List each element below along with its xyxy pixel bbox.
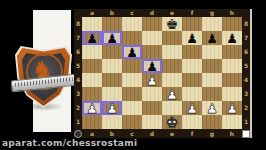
square-a6[interactable] — [82, 45, 102, 59]
square-g7[interactable]: ♟ — [202, 31, 222, 45]
ribbon-text-marks — [15, 77, 73, 87]
square-h1[interactable] — [222, 115, 242, 129]
square-g4[interactable] — [202, 73, 222, 87]
square-c8[interactable] — [122, 17, 142, 31]
file-label-bottom-e: e — [162, 129, 182, 138]
watermark-text: aparat.com/chessrostami — [2, 138, 137, 148]
square-g8[interactable] — [202, 17, 222, 31]
square-f4[interactable] — [182, 73, 202, 87]
file-label-top-b: b — [102, 9, 122, 17]
file-label-bottom-f: f — [182, 129, 202, 138]
square-b1[interactable] — [102, 115, 122, 129]
chess-board[interactable]: abcdefgh8♚87♟♟♟♟♟76♟65♟54♟43♟32♟♟♟♟♟21♚1… — [74, 9, 250, 138]
rank-label-left-7: 7 — [74, 31, 82, 45]
square-f1[interactable] — [182, 115, 202, 129]
file-label-bottom-d: d — [142, 129, 162, 138]
piece-black-pawn[interactable]: ♟ — [102, 31, 122, 45]
piece-white-pawn[interactable]: ♟ — [222, 101, 242, 115]
square-d1[interactable] — [142, 115, 162, 129]
piece-white-pawn[interactable]: ♟ — [82, 101, 102, 115]
clock-icon — [74, 130, 82, 138]
square-e7[interactable] — [162, 31, 182, 45]
square-e2[interactable] — [162, 101, 182, 115]
channel-logo: ♞ — [15, 46, 72, 108]
square-f8[interactable] — [182, 17, 202, 31]
square-g6[interactable] — [202, 45, 222, 59]
square-f2[interactable]: ♟ — [182, 101, 202, 115]
square-e6[interactable] — [162, 45, 182, 59]
file-label-bottom-a: a — [82, 129, 102, 138]
square-d6[interactable] — [142, 45, 162, 59]
piece-white-pawn[interactable]: ♟ — [182, 101, 202, 115]
frame-corner-bottom-left — [74, 129, 82, 138]
square-b5[interactable] — [102, 59, 122, 73]
square-e5[interactable] — [162, 59, 182, 73]
square-h4[interactable] — [222, 73, 242, 87]
square-c4[interactable] — [122, 73, 142, 87]
square-g1[interactable] — [202, 115, 222, 129]
frame-corner-bottom-right — [242, 129, 250, 138]
square-d4[interactable]: ♟ — [142, 73, 162, 87]
square-c6[interactable]: ♟ — [122, 45, 142, 59]
square-f6[interactable] — [182, 45, 202, 59]
video-frame: ♞ abcdefgh8♚87♟♟♟♟♟76♟65♟54♟43♟32♟♟♟♟♟21… — [0, 0, 266, 150]
square-g5[interactable] — [202, 59, 222, 73]
file-label-bottom-b: b — [102, 129, 122, 138]
rank-label-right-2: 2 — [242, 101, 250, 115]
square-f7[interactable]: ♟ — [182, 31, 202, 45]
rank-label-right-3: 3 — [242, 87, 250, 101]
square-a5[interactable] — [82, 59, 102, 73]
rank-label-left-4: 4 — [74, 73, 82, 87]
piece-black-pawn[interactable]: ♟ — [202, 31, 222, 45]
square-h8[interactable] — [222, 17, 242, 31]
square-b8[interactable] — [102, 17, 122, 31]
square-d2[interactable] — [142, 101, 162, 115]
file-label-top-a: a — [82, 9, 102, 17]
rank-label-right-4: 4 — [242, 73, 250, 87]
square-e1[interactable]: ♚ — [162, 115, 182, 129]
square-c3[interactable] — [122, 87, 142, 101]
square-c7[interactable] — [122, 31, 142, 45]
square-d5[interactable]: ♟ — [142, 59, 162, 73]
rank-label-left-6: 6 — [74, 45, 82, 59]
file-label-top-g: g — [202, 9, 222, 17]
piece-black-pawn[interactable]: ♟ — [222, 31, 242, 45]
square-d3[interactable] — [142, 87, 162, 101]
square-e4[interactable] — [162, 73, 182, 87]
square-a3[interactable] — [82, 87, 102, 101]
square-h5[interactable] — [222, 59, 242, 73]
piece-black-king[interactable]: ♚ — [162, 17, 182, 31]
piece-white-pawn[interactable]: ♟ — [202, 101, 222, 115]
square-b2[interactable]: ♟ — [102, 101, 122, 115]
square-f3[interactable] — [182, 87, 202, 101]
square-b7[interactable]: ♟ — [102, 31, 122, 45]
piece-white-pawn[interactable]: ♟ — [162, 87, 182, 101]
square-h6[interactable] — [222, 45, 242, 59]
rank-label-right-7: 7 — [242, 31, 250, 45]
square-a2[interactable]: ♟ — [82, 101, 102, 115]
file-label-bottom-g: g — [202, 129, 222, 138]
square-d7[interactable] — [142, 31, 162, 45]
piece-black-pawn[interactable]: ♟ — [182, 31, 202, 45]
file-label-top-d: d — [142, 9, 162, 17]
rank-label-right-5: 5 — [242, 59, 250, 73]
square-c1[interactable] — [122, 115, 142, 129]
square-a8[interactable] — [82, 17, 102, 31]
square-c2[interactable] — [122, 101, 142, 115]
square-a1[interactable] — [82, 115, 102, 129]
piece-black-pawn[interactable]: ♟ — [82, 31, 102, 45]
piece-black-pawn[interactable]: ♟ — [142, 59, 162, 73]
rank-label-left-1: 1 — [74, 115, 82, 129]
rank-label-right-8: 8 — [242, 17, 250, 31]
frame-corner-top-right — [242, 9, 250, 17]
piece-white-king[interactable]: ♚ — [162, 115, 182, 129]
rank-label-left-5: 5 — [74, 59, 82, 73]
rank-label-left-3: 3 — [74, 87, 82, 101]
square-h3[interactable] — [222, 87, 242, 101]
square-g3[interactable] — [202, 87, 222, 101]
square-d8[interactable] — [142, 17, 162, 31]
file-label-bottom-h: h — [222, 129, 242, 138]
frame-corner-top-left — [74, 9, 82, 17]
square-h2[interactable]: ♟ — [222, 101, 242, 115]
square-a4[interactable] — [82, 73, 102, 87]
square-e3[interactable]: ♟ — [162, 87, 182, 101]
square-b6[interactable] — [102, 45, 122, 59]
square-e8[interactable]: ♚ — [162, 17, 182, 31]
square-f5[interactable] — [182, 59, 202, 73]
white-to-move-indicator — [242, 130, 250, 138]
piece-white-pawn[interactable]: ♟ — [142, 73, 162, 87]
square-c5[interactable] — [122, 59, 142, 73]
rank-label-right-1: 1 — [242, 115, 250, 129]
square-h7[interactable]: ♟ — [222, 31, 242, 45]
rank-label-left-2: 2 — [74, 101, 82, 115]
square-a7[interactable]: ♟ — [82, 31, 102, 45]
piece-white-pawn[interactable]: ♟ — [102, 101, 122, 115]
rank-label-left-8: 8 — [74, 17, 82, 31]
piece-black-pawn[interactable]: ♟ — [122, 45, 142, 59]
file-label-top-c: c — [122, 9, 142, 17]
square-g2[interactable]: ♟ — [202, 101, 222, 115]
file-label-bottom-c: c — [122, 129, 142, 138]
file-label-top-f: f — [182, 9, 202, 17]
file-label-top-h: h — [222, 9, 242, 17]
square-b4[interactable] — [102, 73, 122, 87]
rank-label-right-6: 6 — [242, 45, 250, 59]
square-b3[interactable] — [102, 87, 122, 101]
